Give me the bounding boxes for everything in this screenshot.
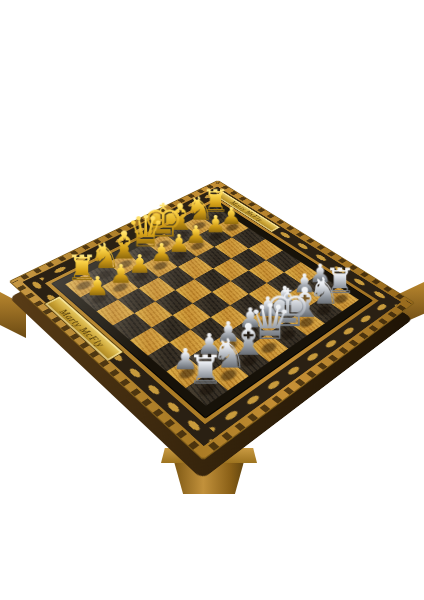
piece-gold-pawn-d7[interactable]: ♟ — [151, 240, 173, 265]
piece-gold-pawn-b7[interactable]: ♟ — [109, 261, 132, 287]
chess-board: Marty McFly Marty McFly ♜♞♝♛♚♝♞♜♟♟♟♟♟♟♟♟… — [9, 180, 416, 460]
board-frame: Marty McFly Marty McFly ♜♞♝♛♚♝♞♜♟♟♟♟♟♟♟♟… — [9, 180, 416, 460]
square-a7[interactable]: ♟ — [80, 286, 117, 311]
square-a1[interactable]: ♜ — [186, 374, 228, 406]
square-d5[interactable] — [175, 279, 212, 303]
piece-silver-rook-a1[interactable]: ♜ — [187, 351, 223, 391]
piece-gold-pawn-g7[interactable]: ♟ — [205, 212, 226, 236]
photo-canvas: Marty McFly Marty McFly ♜♞♝♛♚♝♞♜♟♟♟♟♟♟♟♟… — [0, 0, 424, 600]
piece-gold-pawn-a7[interactable]: ♟ — [85, 273, 109, 300]
